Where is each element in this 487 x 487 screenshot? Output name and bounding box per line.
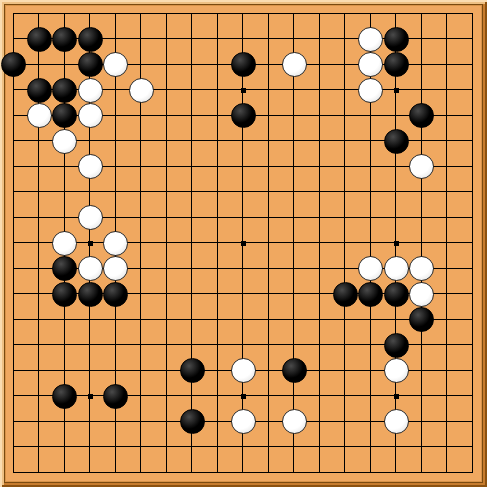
star-point [394,394,399,399]
black-stone[interactable] [384,52,409,77]
black-stone[interactable] [384,129,409,154]
black-stone[interactable] [52,27,77,52]
star-point [88,241,93,246]
white-stone[interactable] [78,205,103,230]
black-stone[interactable] [52,282,77,307]
black-stone[interactable] [52,103,77,128]
black-stone[interactable] [180,409,205,434]
black-stone[interactable] [78,282,103,307]
white-stone[interactable] [78,256,103,281]
star-point [241,88,246,93]
black-stone[interactable] [52,78,77,103]
white-stone[interactable] [358,256,383,281]
star-point [394,241,399,246]
black-stone[interactable] [358,282,383,307]
white-stone[interactable] [409,282,434,307]
black-stone[interactable] [384,282,409,307]
black-stone[interactable] [409,307,434,332]
white-stone[interactable] [78,103,103,128]
black-stone[interactable] [180,358,205,383]
black-stone[interactable] [231,103,256,128]
star-point [241,241,246,246]
black-stone[interactable] [384,333,409,358]
white-stone[interactable] [27,103,52,128]
white-stone[interactable] [384,409,409,434]
white-stone[interactable] [384,358,409,383]
black-stone[interactable] [52,256,77,281]
go-board[interactable] [0,0,487,487]
black-stone[interactable] [231,52,256,77]
star-point [394,88,399,93]
white-stone[interactable] [409,256,434,281]
star-point [88,394,93,399]
black-stone[interactable] [27,78,52,103]
black-stone[interactable] [333,282,358,307]
white-stone[interactable] [384,256,409,281]
white-stone[interactable] [103,231,128,256]
white-stone[interactable] [358,27,383,52]
white-stone[interactable] [282,52,307,77]
star-point [241,394,246,399]
white-stone[interactable] [52,231,77,256]
white-stone[interactable] [103,52,128,77]
white-stone[interactable] [129,78,154,103]
white-stone[interactable] [103,256,128,281]
white-stone[interactable] [358,52,383,77]
black-stone[interactable] [78,27,103,52]
white-stone[interactable] [78,154,103,179]
white-stone[interactable] [78,78,103,103]
black-stone[interactable] [78,52,103,77]
white-stone[interactable] [231,409,256,434]
white-stone[interactable] [358,78,383,103]
black-stone[interactable] [282,358,307,383]
black-stone[interactable] [384,27,409,52]
black-stone[interactable] [27,27,52,52]
white-stone[interactable] [52,129,77,154]
black-stone[interactable] [52,384,77,409]
black-stone[interactable] [1,52,26,77]
white-stone[interactable] [231,358,256,383]
black-stone[interactable] [103,282,128,307]
black-stone[interactable] [409,103,434,128]
white-stone[interactable] [409,154,434,179]
black-stone[interactable] [103,384,128,409]
white-stone[interactable] [282,409,307,434]
